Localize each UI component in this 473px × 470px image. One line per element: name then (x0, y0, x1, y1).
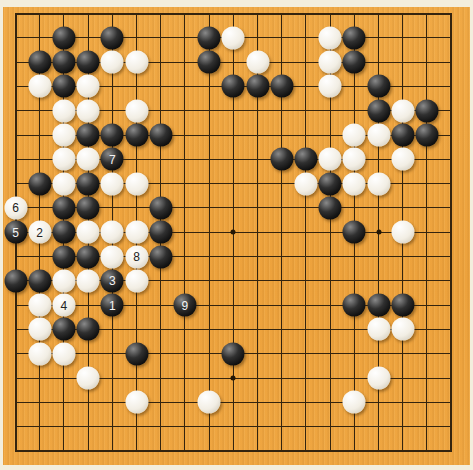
stone-white (52, 124, 75, 147)
stone-white (343, 148, 366, 171)
stone-white (52, 269, 75, 292)
move-number-label: 3 (109, 275, 116, 287)
stone-white (77, 99, 100, 122)
stone-white (101, 51, 124, 74)
stone-black (77, 51, 100, 74)
stone-black (77, 245, 100, 268)
stone-black (149, 196, 172, 219)
move-8-stone-white: 8 (125, 245, 148, 268)
stone-black (222, 342, 245, 365)
stone-black (415, 124, 438, 147)
stone-black (222, 75, 245, 98)
stone-white (52, 342, 75, 365)
stone-black (319, 172, 342, 195)
stone-white (391, 148, 414, 171)
hoshi-star-point (231, 376, 236, 381)
stone-white (28, 294, 51, 317)
stone-white (125, 221, 148, 244)
stone-white (28, 75, 51, 98)
stone-white (391, 318, 414, 341)
move-6-stone-white: 6 (4, 196, 27, 219)
stone-black (343, 221, 366, 244)
go-board[interactable]: 765283419 (0, 0, 473, 470)
stone-black (52, 221, 75, 244)
stone-black (77, 124, 100, 147)
stone-white (125, 269, 148, 292)
hoshi-star-point (376, 230, 381, 235)
stone-black (246, 75, 269, 98)
stone-black (198, 26, 221, 49)
stone-white (28, 318, 51, 341)
stone-black (77, 196, 100, 219)
stone-black (415, 99, 438, 122)
stone-white (52, 172, 75, 195)
stone-black (270, 148, 293, 171)
stone-white (294, 172, 317, 195)
move-number-label: 8 (133, 251, 140, 263)
stone-black (52, 51, 75, 74)
stone-white (101, 221, 124, 244)
stone-white (367, 318, 390, 341)
stone-black (367, 75, 390, 98)
stone-white (246, 51, 269, 74)
stone-black (101, 124, 124, 147)
stone-black (101, 26, 124, 49)
stone-white (367, 367, 390, 390)
move-number-label: 6 (12, 202, 19, 214)
grid-line-horizontal (15, 402, 453, 403)
stone-black (343, 26, 366, 49)
move-number-label: 5 (12, 226, 19, 238)
stone-black (77, 318, 100, 341)
stone-white (343, 172, 366, 195)
stone-black (294, 148, 317, 171)
stone-white (367, 124, 390, 147)
stone-white (319, 51, 342, 74)
stone-white (391, 99, 414, 122)
move-number-label: 1 (109, 299, 116, 311)
move-number-label: 2 (36, 226, 43, 238)
stone-white (77, 269, 100, 292)
stone-white (125, 51, 148, 74)
move-1-stone-black: 1 (101, 294, 124, 317)
stone-black (52, 26, 75, 49)
stone-white (52, 148, 75, 171)
stone-white (125, 99, 148, 122)
stone-black (343, 294, 366, 317)
move-number-label: 9 (182, 299, 189, 311)
stone-black (343, 51, 366, 74)
stone-white (101, 245, 124, 268)
move-2-stone-white: 2 (28, 221, 51, 244)
stone-white (77, 148, 100, 171)
stone-white (367, 172, 390, 195)
stone-white (198, 391, 221, 414)
grid-line-horizontal (15, 450, 453, 452)
move-number-label: 4 (61, 299, 68, 311)
stone-white (77, 75, 100, 98)
stone-black (319, 196, 342, 219)
stone-white (319, 26, 342, 49)
stone-white (77, 221, 100, 244)
stone-black (149, 245, 172, 268)
stone-white (77, 367, 100, 390)
stone-white (101, 172, 124, 195)
stone-black (28, 269, 51, 292)
stone-white (319, 75, 342, 98)
hoshi-star-point (231, 230, 236, 235)
stone-black (4, 269, 27, 292)
stone-white (125, 391, 148, 414)
move-5-stone-black: 5 (4, 221, 27, 244)
stone-black (52, 318, 75, 341)
stone-white (52, 99, 75, 122)
move-3-stone-black: 3 (101, 269, 124, 292)
grid-line-vertical (426, 13, 427, 452)
stone-black (391, 124, 414, 147)
stone-black (125, 342, 148, 365)
stone-white (343, 124, 366, 147)
stone-white (391, 221, 414, 244)
grid-line-vertical (305, 13, 306, 452)
stone-black (149, 221, 172, 244)
stone-black (77, 172, 100, 195)
stone-black (270, 75, 293, 98)
stone-black (28, 172, 51, 195)
stone-black (149, 124, 172, 147)
stone-white (28, 342, 51, 365)
stone-black (198, 51, 221, 74)
stone-black (391, 294, 414, 317)
grid-line-horizontal (15, 426, 453, 427)
stone-black (367, 294, 390, 317)
grid-line-vertical (450, 13, 452, 452)
diagram-frame: 765283419 (0, 0, 473, 470)
stone-black (125, 124, 148, 147)
stone-white (125, 172, 148, 195)
stone-black (52, 196, 75, 219)
stone-white (222, 26, 245, 49)
stone-black (28, 51, 51, 74)
move-9-stone-black: 9 (173, 294, 196, 317)
move-4-stone-white: 4 (52, 294, 75, 317)
stone-black (52, 75, 75, 98)
stone-white (319, 148, 342, 171)
move-7-stone-black: 7 (101, 148, 124, 171)
stone-black (52, 245, 75, 268)
move-number-label: 7 (109, 153, 116, 165)
stone-black (367, 99, 390, 122)
stone-white (343, 391, 366, 414)
